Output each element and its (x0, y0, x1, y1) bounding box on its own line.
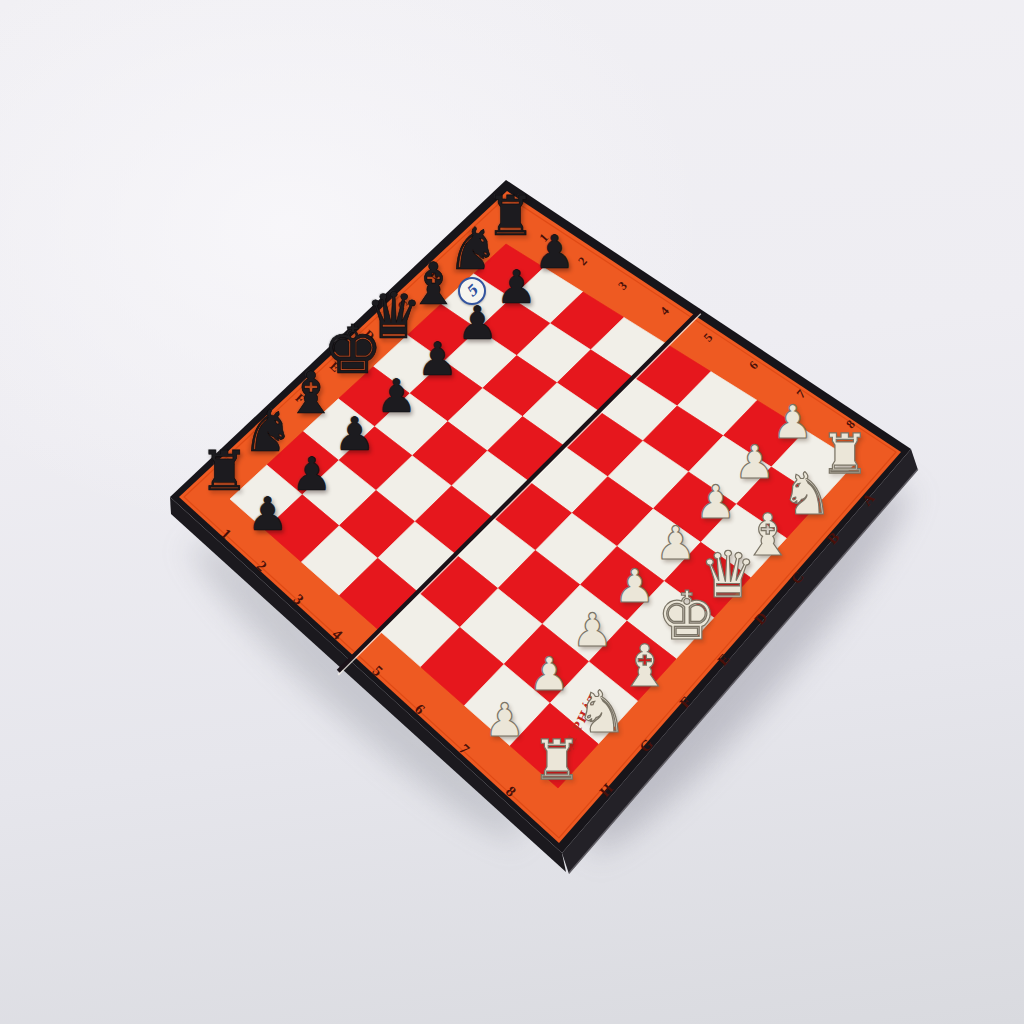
black-pawn-b2: ♟ (496, 264, 537, 310)
piece-glyph: ♟ (534, 229, 575, 275)
black-pawn-d2: ♟ (417, 336, 458, 382)
white-pawn-b7: ♟ (734, 439, 775, 485)
piece-glyph: ♟ (291, 451, 332, 497)
white-pawn-g7: ♟ (528, 651, 569, 697)
piece-glyph: ♟ (484, 697, 525, 743)
piece-glyph: ♞ (242, 402, 294, 460)
black-pawn-a2: ♟ (534, 229, 575, 275)
piece-glyph: ♟ (376, 373, 417, 419)
piece-glyph: ♟ (528, 651, 569, 697)
piece-glyph: ♞ (575, 683, 627, 741)
black-pawn-e2: ♟ (376, 373, 417, 419)
piece-glyph: ♜ (200, 444, 249, 499)
piece-glyph: ♟ (457, 300, 498, 346)
white-knight-g8: ♞ (575, 683, 627, 741)
white-pawn-f7: ♟ (572, 607, 613, 653)
piece-glyph: ♟ (655, 520, 696, 566)
piece-glyph: ♟ (417, 336, 458, 382)
white-pawn-e7: ♟ (614, 563, 655, 609)
white-pawn-d7: ♟ (655, 520, 696, 566)
chess-board: AABBCCDDEEFFGGHH1122334455667788 (0, 0, 1024, 1024)
piece-glyph: ♟ (572, 607, 613, 653)
black-pawn-g2: ♟ (291, 451, 332, 497)
piece-glyph: ♟ (247, 491, 288, 537)
black-rook-h1: ♜ (200, 444, 249, 499)
piece-glyph: ♟ (614, 563, 655, 609)
black-pawn-f2: ♟ (334, 411, 375, 457)
white-pawn-h7: ♟ (484, 697, 525, 743)
black-pawn-c2: ♟ (457, 300, 498, 346)
piece-glyph: ♟ (734, 439, 775, 485)
piece-glyph: ♟ (695, 479, 736, 525)
piece-glyph: ♟ (334, 411, 375, 457)
piece-glyph: ♟ (496, 264, 537, 310)
white-pawn-c7: ♟ (695, 479, 736, 525)
black-pawn-h2: ♟ (247, 491, 288, 537)
photo-backdrop: AABBCCDDEEFFGGHH1122334455667788 ĐẠI PHÁ… (0, 0, 1024, 1024)
piece-glyph: ♜ (532, 733, 581, 788)
white-pawn-a7: ♟ (772, 399, 813, 445)
white-rook-h8: ♜ (532, 733, 581, 788)
black-knight-g1: ♞ (242, 402, 294, 460)
piece-glyph: ♟ (772, 399, 813, 445)
